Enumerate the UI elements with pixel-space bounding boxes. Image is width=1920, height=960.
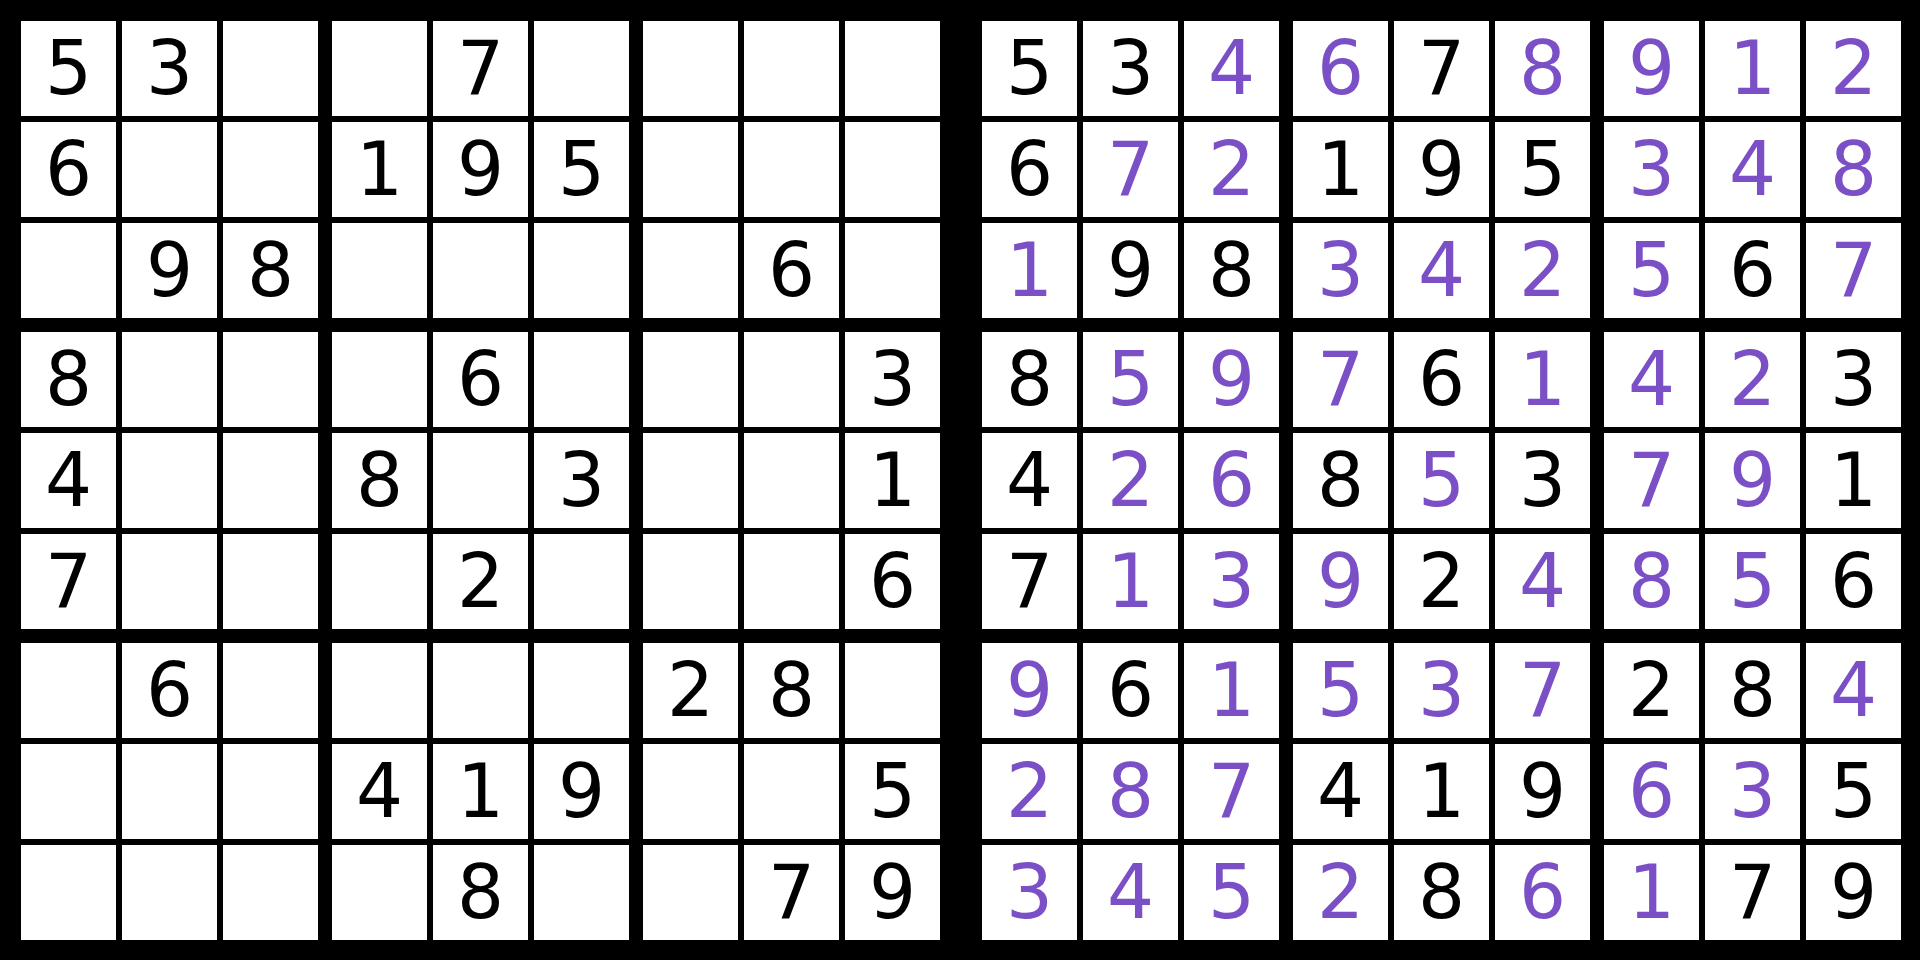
- solution-cell-r7c3: 1: [1184, 643, 1279, 738]
- solution-cell-r6c3: 3: [1184, 534, 1279, 629]
- solution-box-5: 761853924: [1293, 332, 1590, 629]
- puzzle-cell-r8c8: [744, 744, 839, 839]
- puzzle-cell-r1c5: 7: [433, 21, 528, 116]
- solution-cell-r6c9: 6: [1806, 534, 1901, 629]
- solution-cell-r5c4: 8: [1293, 433, 1388, 528]
- puzzle-cell-r2c6: 5: [534, 122, 629, 217]
- puzzle-cell-r2c8: [744, 122, 839, 217]
- solution-cell-r8c9: 5: [1806, 744, 1901, 839]
- solution-cell-r8c1: 2: [982, 744, 1077, 839]
- solution-cell-r8c6: 9: [1495, 744, 1590, 839]
- solution-cell-r3c5: 4: [1394, 223, 1489, 318]
- puzzle-cell-r4c5: 6: [433, 332, 528, 427]
- solution-cell-r4c5: 6: [1394, 332, 1489, 427]
- solution-cell-r7c6: 7: [1495, 643, 1590, 738]
- puzzle-cell-r4c7: [643, 332, 738, 427]
- puzzle-cell-r6c8: [744, 534, 839, 629]
- solution-cell-r4c4: 7: [1293, 332, 1388, 427]
- solution-cell-r3c7: 5: [1604, 223, 1699, 318]
- solution-cell-r5c1: 4: [982, 433, 1077, 528]
- solution-cell-r7c1: 9: [982, 643, 1077, 738]
- puzzle-cell-r7c2: 6: [122, 643, 217, 738]
- solution-cell-r7c7: 2: [1604, 643, 1699, 738]
- solution-cell-r1c4: 6: [1293, 21, 1388, 116]
- puzzle-cell-r9c6: [534, 845, 629, 940]
- puzzle-cell-r8c6: 9: [534, 744, 629, 839]
- solution-cell-r7c2: 6: [1083, 643, 1178, 738]
- puzzle-cell-r5c4: 8: [332, 433, 427, 528]
- puzzle-box-9: 28579: [643, 643, 940, 940]
- puzzle-cell-r8c3: [223, 744, 318, 839]
- solution-cell-r5c6: 3: [1495, 433, 1590, 528]
- solution-cell-r3c8: 6: [1705, 223, 1800, 318]
- solution-cell-r3c3: 8: [1184, 223, 1279, 318]
- sudoku-solution-board: 5346721986781953429123485678594267137618…: [982, 21, 1901, 940]
- puzzle-cell-r3c4: [332, 223, 427, 318]
- puzzle-box-1: 53698: [21, 21, 318, 318]
- solution-cell-r4c2: 5: [1083, 332, 1178, 427]
- puzzle-cell-r7c3: [223, 643, 318, 738]
- solution-cell-r9c7: 1: [1604, 845, 1699, 940]
- solution-cell-r7c4: 5: [1293, 643, 1388, 738]
- solution-cell-r4c9: 3: [1806, 332, 1901, 427]
- solution-cell-r1c6: 8: [1495, 21, 1590, 116]
- puzzle-cell-r3c2: 9: [122, 223, 217, 318]
- solution-box-2: 678195342: [1293, 21, 1590, 318]
- solution-cell-r4c7: 4: [1604, 332, 1699, 427]
- puzzle-cell-r2c4: 1: [332, 122, 427, 217]
- solution-cell-r3c4: 3: [1293, 223, 1388, 318]
- solution-cell-r2c4: 1: [1293, 122, 1388, 217]
- puzzle-box-4: 847: [21, 332, 318, 629]
- solution-cell-r9c3: 5: [1184, 845, 1279, 940]
- solution-cell-r1c9: 2: [1806, 21, 1901, 116]
- puzzle-cell-r5c7: [643, 433, 738, 528]
- solution-cell-r8c2: 8: [1083, 744, 1178, 839]
- solution-cell-r2c6: 5: [1495, 122, 1590, 217]
- puzzle-cell-r7c6: [534, 643, 629, 738]
- puzzle-cell-r2c9: [845, 122, 940, 217]
- puzzle-cell-r9c9: 9: [845, 845, 940, 940]
- puzzle-box-5: 6832: [332, 332, 629, 629]
- puzzle-box-3: 6: [643, 21, 940, 318]
- solution-box-9: 284635179: [1604, 643, 1901, 940]
- puzzle-cell-r8c1: [21, 744, 116, 839]
- puzzle-cell-r8c4: 4: [332, 744, 427, 839]
- puzzle-cell-r3c6: [534, 223, 629, 318]
- puzzle-cell-r7c8: 8: [744, 643, 839, 738]
- puzzle-cell-r7c1: [21, 643, 116, 738]
- solution-box-6: 423791856: [1604, 332, 1901, 629]
- solution-cell-r4c8: 2: [1705, 332, 1800, 427]
- puzzle-cell-r5c8: [744, 433, 839, 528]
- solution-cell-r2c3: 2: [1184, 122, 1279, 217]
- solution-cell-r8c3: 7: [1184, 744, 1279, 839]
- puzzle-cell-r7c9: [845, 643, 940, 738]
- puzzle-cell-r9c7: [643, 845, 738, 940]
- solution-cell-r3c6: 2: [1495, 223, 1590, 318]
- solution-cell-r3c1: 1: [982, 223, 1077, 318]
- puzzle-cell-r1c3: [223, 21, 318, 116]
- solution-cell-r6c5: 2: [1394, 534, 1489, 629]
- solution-cell-r2c9: 8: [1806, 122, 1901, 217]
- puzzle-cell-r7c4: [332, 643, 427, 738]
- solution-cell-r9c6: 6: [1495, 845, 1590, 940]
- solution-cell-r2c7: 3: [1604, 122, 1699, 217]
- solution-cell-r8c7: 6: [1604, 744, 1699, 839]
- solution-cell-r5c7: 7: [1604, 433, 1699, 528]
- solution-box-1: 534672198: [982, 21, 1279, 318]
- puzzle-cell-r6c9: 6: [845, 534, 940, 629]
- solution-cell-r5c3: 6: [1184, 433, 1279, 528]
- puzzle-cell-r3c7: [643, 223, 738, 318]
- puzzle-cell-r2c2: [122, 122, 217, 217]
- solution-cell-r1c8: 1: [1705, 21, 1800, 116]
- solution-cell-r1c7: 9: [1604, 21, 1699, 116]
- puzzle-box-2: 7195: [332, 21, 629, 318]
- solution-cell-r1c2: 3: [1083, 21, 1178, 116]
- puzzle-cell-r1c1: 5: [21, 21, 116, 116]
- solution-cell-r6c1: 7: [982, 534, 1077, 629]
- solution-cell-r6c7: 8: [1604, 534, 1699, 629]
- puzzle-cell-r5c9: 1: [845, 433, 940, 528]
- puzzle-box-7: 6: [21, 643, 318, 940]
- solution-cell-r9c2: 4: [1083, 845, 1178, 940]
- sudoku-puzzle-board: 536987195684768323166419828579: [21, 21, 940, 940]
- solution-cell-r6c8: 5: [1705, 534, 1800, 629]
- puzzle-cell-r5c2: [122, 433, 217, 528]
- solution-cell-r8c8: 3: [1705, 744, 1800, 839]
- solution-cell-r5c5: 5: [1394, 433, 1489, 528]
- puzzle-cell-r8c9: 5: [845, 744, 940, 839]
- puzzle-cell-r9c2: [122, 845, 217, 940]
- solution-cell-r8c5: 1: [1394, 744, 1489, 839]
- solution-cell-r5c8: 9: [1705, 433, 1800, 528]
- puzzle-cell-r7c5: [433, 643, 528, 738]
- puzzle-cell-r6c6: [534, 534, 629, 629]
- puzzle-cell-r5c1: 4: [21, 433, 116, 528]
- puzzle-cell-r9c8: 7: [744, 845, 839, 940]
- solution-cell-r2c5: 9: [1394, 122, 1489, 217]
- solution-cell-r6c6: 4: [1495, 534, 1590, 629]
- puzzle-cell-r5c6: 3: [534, 433, 629, 528]
- solution-cell-r2c1: 6: [982, 122, 1077, 217]
- solution-cell-r9c5: 8: [1394, 845, 1489, 940]
- solution-cell-r3c9: 7: [1806, 223, 1901, 318]
- solution-cell-r8c4: 4: [1293, 744, 1388, 839]
- puzzle-cell-r7c7: 2: [643, 643, 738, 738]
- puzzle-cell-r4c4: [332, 332, 427, 427]
- puzzle-cell-r1c7: [643, 21, 738, 116]
- puzzle-cell-r5c5: [433, 433, 528, 528]
- puzzle-box-6: 316: [643, 332, 940, 629]
- puzzle-cell-r2c7: [643, 122, 738, 217]
- solution-cell-r9c1: 3: [982, 845, 1077, 940]
- solution-cell-r1c1: 5: [982, 21, 1077, 116]
- solution-cell-r1c3: 4: [1184, 21, 1279, 116]
- puzzle-cell-r8c7: [643, 744, 738, 839]
- puzzle-cell-r9c4: [332, 845, 427, 940]
- solution-cell-r7c8: 8: [1705, 643, 1800, 738]
- solution-box-4: 859426713: [982, 332, 1279, 629]
- puzzle-cell-r6c7: [643, 534, 738, 629]
- puzzle-cell-r1c6: [534, 21, 629, 116]
- solution-cell-r9c4: 2: [1293, 845, 1388, 940]
- solution-cell-r6c4: 9: [1293, 534, 1388, 629]
- solution-box-3: 912348567: [1604, 21, 1901, 318]
- solution-cell-r9c8: 7: [1705, 845, 1800, 940]
- solution-cell-r2c2: 7: [1083, 122, 1178, 217]
- puzzle-cell-r1c8: [744, 21, 839, 116]
- solution-cell-r3c2: 9: [1083, 223, 1178, 318]
- solution-cell-r6c2: 1: [1083, 534, 1178, 629]
- puzzle-cell-r6c4: [332, 534, 427, 629]
- puzzle-cell-r2c5: 9: [433, 122, 528, 217]
- puzzle-cell-r3c5: [433, 223, 528, 318]
- puzzle-cell-r1c9: [845, 21, 940, 116]
- puzzle-cell-r4c1: 8: [21, 332, 116, 427]
- puzzle-cell-r9c3: [223, 845, 318, 940]
- solution-box-7: 961287345: [982, 643, 1279, 940]
- puzzle-cell-r8c5: 1: [433, 744, 528, 839]
- puzzle-cell-r5c3: [223, 433, 318, 528]
- solution-box-8: 537419286: [1293, 643, 1590, 940]
- puzzle-cell-r3c1: [21, 223, 116, 318]
- puzzle-cell-r2c1: 6: [21, 122, 116, 217]
- solution-cell-r1c5: 7: [1394, 21, 1489, 116]
- solution-cell-r9c9: 9: [1806, 845, 1901, 940]
- puzzle-cell-r2c3: [223, 122, 318, 217]
- solution-cell-r5c2: 2: [1083, 433, 1178, 528]
- puzzle-cell-r9c1: [21, 845, 116, 940]
- puzzle-cell-r1c2: 3: [122, 21, 217, 116]
- puzzle-cell-r3c3: 8: [223, 223, 318, 318]
- puzzle-cell-r3c8: 6: [744, 223, 839, 318]
- puzzle-cell-r6c1: 7: [21, 534, 116, 629]
- solution-cell-r4c6: 1: [1495, 332, 1590, 427]
- puzzle-box-8: 4198: [332, 643, 629, 940]
- puzzle-cell-r4c8: [744, 332, 839, 427]
- puzzle-cell-r9c5: 8: [433, 845, 528, 940]
- solution-cell-r2c8: 4: [1705, 122, 1800, 217]
- puzzle-cell-r4c3: [223, 332, 318, 427]
- puzzle-cell-r6c2: [122, 534, 217, 629]
- puzzle-cell-r4c2: [122, 332, 217, 427]
- solution-cell-r7c5: 3: [1394, 643, 1489, 738]
- puzzle-cell-r1c4: [332, 21, 427, 116]
- puzzle-cell-r6c5: 2: [433, 534, 528, 629]
- solution-cell-r5c9: 1: [1806, 433, 1901, 528]
- puzzle-cell-r4c6: [534, 332, 629, 427]
- puzzle-cell-r3c9: [845, 223, 940, 318]
- solution-cell-r4c3: 9: [1184, 332, 1279, 427]
- solution-cell-r4c1: 8: [982, 332, 1077, 427]
- solution-cell-r7c9: 4: [1806, 643, 1901, 738]
- puzzle-cell-r6c3: [223, 534, 318, 629]
- puzzle-cell-r8c2: [122, 744, 217, 839]
- puzzle-cell-r4c9: 3: [845, 332, 940, 427]
